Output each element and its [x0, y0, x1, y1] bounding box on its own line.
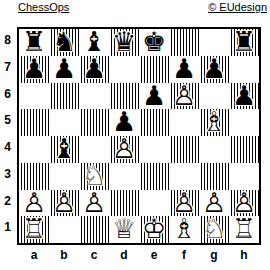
- square-d3: [109, 163, 139, 190]
- square-f3: [169, 163, 199, 190]
- square-a8: ♜♜: [19, 29, 49, 56]
- square-g6: [199, 83, 229, 110]
- square-c3: ♞♘: [79, 163, 109, 190]
- piece-black-pawn-b7: ♟: [49, 56, 79, 83]
- file-label-b: b: [49, 248, 79, 262]
- piece-white-pawn-b2: ♙: [49, 190, 79, 217]
- square-a4: [19, 136, 49, 163]
- piece-black-knight-b8: ♞: [49, 29, 79, 56]
- file-label-g: g: [199, 248, 229, 262]
- square-a7: ♟♟: [19, 56, 49, 83]
- square-c4: [79, 136, 109, 163]
- square-h6: ♟♟: [229, 83, 259, 110]
- piece-white-pawn-f6: ♙: [169, 83, 199, 110]
- app-title-link[interactable]: ChessOps: [18, 1, 69, 14]
- square-h7: [229, 56, 259, 83]
- piece-white-bishop-g5: ♗: [199, 109, 229, 136]
- square-e3: [139, 163, 169, 190]
- square-f2: ♟♙: [169, 190, 199, 217]
- square-a3: [19, 163, 49, 190]
- square-d5: ♟♟: [109, 109, 139, 136]
- piece-black-pawn-f7: ♟: [169, 56, 199, 83]
- piece-black-king-e8: ♚: [139, 29, 169, 56]
- square-a1: ♜♖: [19, 216, 49, 243]
- square-e8: ♚♚: [139, 29, 169, 56]
- file-label-e: e: [139, 248, 169, 262]
- piece-black-rook-a8: ♜: [19, 29, 49, 56]
- piece-white-king-e1: ♔: [139, 216, 169, 243]
- rank-label-1: 1: [0, 220, 15, 234]
- file-label-d: d: [109, 248, 139, 262]
- square-g2: ♟♙: [199, 190, 229, 217]
- square-h4: [229, 136, 259, 163]
- piece-black-bishop-c8: ♝: [79, 29, 109, 56]
- square-g4: [199, 136, 229, 163]
- square-e1: ♚♔: [139, 216, 169, 243]
- square-b3: [49, 163, 79, 190]
- square-h5: [229, 109, 259, 136]
- square-h2: ♟♙: [229, 190, 259, 217]
- square-f7: ♟♟: [169, 56, 199, 83]
- square-d4: ♟♙: [109, 136, 139, 163]
- piece-white-knight-c3: ♘: [79, 163, 109, 190]
- square-b5: [49, 109, 79, 136]
- square-d8: ♛♛: [109, 29, 139, 56]
- square-d2: [109, 190, 139, 217]
- square-a2: ♟♙: [19, 190, 49, 217]
- credit-link[interactable]: © EUdesign: [208, 1, 267, 14]
- square-f5: [169, 109, 199, 136]
- piece-black-bishop-b4: ♝: [49, 136, 79, 163]
- rank-label-2: 2: [0, 194, 15, 208]
- square-c7: ♟♟: [79, 56, 109, 83]
- square-h8: ♜♜: [229, 29, 259, 56]
- square-f8: [169, 29, 199, 56]
- square-e7: [139, 56, 169, 83]
- piece-white-pawn-d4: ♙: [109, 136, 139, 163]
- piece-black-pawn-h6: ♟: [229, 83, 259, 110]
- rank-label-3: 3: [0, 167, 15, 181]
- square-c6: [79, 83, 109, 110]
- square-c1: [79, 216, 109, 243]
- file-label-f: f: [169, 248, 199, 262]
- rank-label-6: 6: [0, 87, 15, 101]
- rank-label-5: 5: [0, 113, 15, 127]
- chess-board: ♜♜♞♞♝♝♛♛♚♚♜♜♟♟♟♟♟♟♟♟♟♟♟♟♟♙♟♟♟♟♝♗♝♝♟♙♞♘♟♙…: [17, 27, 261, 245]
- piece-white-pawn-h2: ♙: [229, 190, 259, 217]
- square-b4: ♝♝: [49, 136, 79, 163]
- piece-white-rook-h1: ♖: [229, 216, 259, 243]
- square-b7: ♟♟: [49, 56, 79, 83]
- square-g8: [199, 29, 229, 56]
- file-label-a: a: [19, 248, 49, 262]
- square-b8: ♞♞: [49, 29, 79, 56]
- piece-black-rook-h8: ♜: [229, 29, 259, 56]
- piece-white-knight-g1: ♘: [199, 216, 229, 243]
- square-g3: [199, 163, 229, 190]
- square-g5: ♝♗: [199, 109, 229, 136]
- piece-black-pawn-c7: ♟: [79, 56, 109, 83]
- square-f1: ♝♗: [169, 216, 199, 243]
- square-f6: ♟♙: [169, 83, 199, 110]
- page: { "header": { "app_title": "ChessOps", "…: [0, 0, 270, 270]
- square-a5: [19, 109, 49, 136]
- square-d6: [109, 83, 139, 110]
- piece-black-pawn-a7: ♟: [19, 56, 49, 83]
- piece-white-pawn-c2: ♙: [79, 190, 109, 217]
- square-d1: ♛♕: [109, 216, 139, 243]
- square-e6: ♟♟: [139, 83, 169, 110]
- piece-white-rook-a1: ♖: [19, 216, 49, 243]
- piece-white-pawn-g2: ♙: [199, 190, 229, 217]
- piece-white-pawn-f2: ♙: [169, 190, 199, 217]
- square-f4: [169, 136, 199, 163]
- square-e2: [139, 190, 169, 217]
- rank-label-7: 7: [0, 60, 15, 74]
- square-a6: [19, 83, 49, 110]
- piece-black-pawn-e6: ♟: [139, 83, 169, 110]
- piece-white-queen-d1: ♕: [109, 216, 139, 243]
- square-e4: [139, 136, 169, 163]
- square-e5: [139, 109, 169, 136]
- square-h1: ♜♖: [229, 216, 259, 243]
- file-label-c: c: [79, 248, 109, 262]
- square-c2: ♟♙: [79, 190, 109, 217]
- square-c5: [79, 109, 109, 136]
- square-c8: ♝♝: [79, 29, 109, 56]
- square-b1: [49, 216, 79, 243]
- square-b6: [49, 83, 79, 110]
- piece-black-queen-d8: ♛: [109, 29, 139, 56]
- square-g1: ♞♘: [199, 216, 229, 243]
- rank-label-8: 8: [0, 33, 15, 47]
- piece-white-bishop-f1: ♗: [169, 216, 199, 243]
- piece-white-pawn-a2: ♙: [19, 190, 49, 217]
- square-h3: [229, 163, 259, 190]
- piece-black-pawn-g7: ♟: [199, 56, 229, 83]
- rank-label-4: 4: [0, 140, 15, 154]
- square-g7: ♟♟: [199, 56, 229, 83]
- file-label-h: h: [229, 248, 259, 262]
- square-d7: [109, 56, 139, 83]
- piece-black-pawn-d5: ♟: [109, 109, 139, 136]
- square-b2: ♟♙: [49, 190, 79, 217]
